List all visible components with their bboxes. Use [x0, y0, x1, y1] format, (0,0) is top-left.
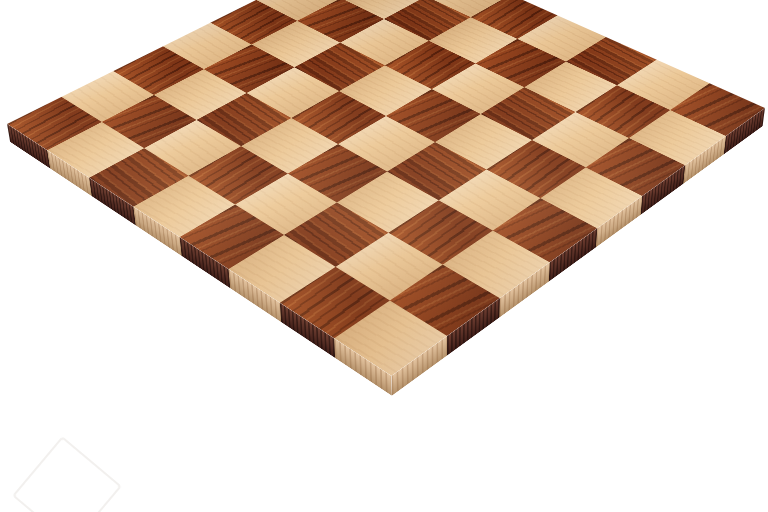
photo-canvas: [0, 0, 768, 512]
chess-board: [7, 0, 765, 376]
perspective-scene: [0, 0, 768, 512]
